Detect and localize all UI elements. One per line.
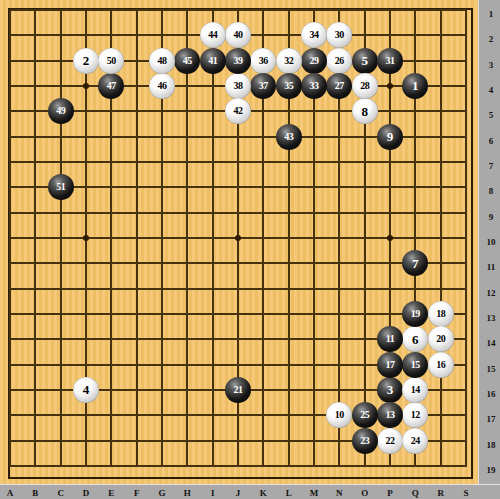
star-point-J10 bbox=[235, 235, 241, 241]
column-label-O: O bbox=[361, 489, 368, 498]
stone-48-white-G3[interactable]: 48 bbox=[149, 48, 175, 74]
column-label-L: L bbox=[286, 489, 292, 498]
move-number: 20 bbox=[436, 334, 445, 344]
stone-25-black-O17[interactable]: 25 bbox=[352, 402, 378, 428]
stone-9-black-P6[interactable]: 9 bbox=[377, 124, 403, 150]
move-number: 36 bbox=[259, 56, 268, 66]
star-point-D4 bbox=[83, 83, 89, 89]
stone-4-white-D16[interactable]: 4 bbox=[73, 377, 99, 403]
move-number: 48 bbox=[157, 56, 166, 66]
column-label-B: B bbox=[32, 489, 38, 498]
stone-51-black-C8[interactable]: 51 bbox=[48, 174, 74, 200]
move-number: 15 bbox=[411, 360, 420, 370]
stone-24-white-Q18[interactable]: 24 bbox=[402, 428, 428, 454]
stone-20-white-R14[interactable]: 20 bbox=[428, 326, 454, 352]
stone-31-black-P3[interactable]: 31 bbox=[377, 48, 403, 74]
move-number: 37 bbox=[259, 81, 268, 91]
move-number: 40 bbox=[233, 30, 242, 40]
row-label-1: 1 bbox=[489, 10, 494, 19]
row-label-12: 12 bbox=[487, 288, 496, 297]
column-label-P: P bbox=[387, 489, 393, 498]
column-label-Q: Q bbox=[412, 489, 419, 498]
move-number: 35 bbox=[284, 81, 293, 91]
stone-21-black-J16[interactable]: 21 bbox=[225, 377, 251, 403]
grid-line-col-R bbox=[440, 9, 442, 467]
column-label-H: H bbox=[184, 489, 191, 498]
move-number: 33 bbox=[309, 81, 318, 91]
stone-3-black-P16[interactable]: 3 bbox=[377, 377, 403, 403]
row-label-17: 17 bbox=[487, 415, 496, 424]
go-diagram: 1234567891011121314151617181920212223242… bbox=[0, 0, 500, 499]
grid-line-row-19 bbox=[9, 465, 467, 467]
stone-45-black-H3[interactable]: 45 bbox=[174, 48, 200, 74]
move-number: 21 bbox=[233, 385, 242, 395]
move-number: 9 bbox=[387, 130, 394, 143]
stone-17-black-P15[interactable]: 17 bbox=[377, 352, 403, 378]
stone-49-black-C5[interactable]: 49 bbox=[48, 98, 74, 124]
row-label-14: 14 bbox=[487, 339, 496, 348]
move-number: 31 bbox=[385, 56, 394, 66]
move-number: 44 bbox=[208, 30, 217, 40]
row-label-18: 18 bbox=[487, 440, 496, 449]
move-number: 5 bbox=[361, 54, 368, 67]
stone-16-white-R15[interactable]: 16 bbox=[428, 352, 454, 378]
move-number: 24 bbox=[411, 436, 420, 446]
row-label-13: 13 bbox=[487, 313, 496, 322]
column-label-F: F bbox=[134, 489, 140, 498]
column-label-A: A bbox=[7, 489, 14, 498]
grid-line-row-12 bbox=[9, 288, 467, 290]
column-label-S: S bbox=[463, 489, 468, 498]
column-label-N: N bbox=[336, 489, 343, 498]
move-number: 27 bbox=[335, 81, 344, 91]
grid-line-row-11 bbox=[9, 262, 467, 264]
move-number: 49 bbox=[56, 106, 65, 116]
move-number: 18 bbox=[436, 309, 445, 319]
grid-line-col-S bbox=[465, 9, 467, 467]
row-label-5: 5 bbox=[489, 111, 494, 120]
move-number: 10 bbox=[335, 410, 344, 420]
move-number: 6 bbox=[412, 333, 419, 346]
move-number: 8 bbox=[361, 105, 368, 118]
move-number: 28 bbox=[360, 81, 369, 91]
star-point-P10 bbox=[387, 235, 393, 241]
grid-line-row-13 bbox=[9, 313, 467, 315]
move-number: 43 bbox=[284, 132, 293, 142]
move-number: 25 bbox=[360, 410, 369, 420]
column-label-K: K bbox=[260, 489, 267, 498]
stone-43-black-L6[interactable]: 43 bbox=[276, 124, 302, 150]
stone-32-white-L3[interactable]: 32 bbox=[276, 48, 302, 74]
stone-28-white-O4[interactable]: 28 bbox=[352, 73, 378, 99]
move-number: 3 bbox=[387, 383, 394, 396]
move-number: 14 bbox=[411, 385, 420, 395]
stone-41-black-I3[interactable]: 41 bbox=[200, 48, 226, 74]
stone-35-black-L4[interactable]: 35 bbox=[276, 73, 302, 99]
column-label-C: C bbox=[57, 489, 64, 498]
row-label-9: 9 bbox=[489, 212, 494, 221]
move-number: 47 bbox=[107, 81, 116, 91]
stone-8-white-O5[interactable]: 8 bbox=[352, 98, 378, 124]
move-number: 38 bbox=[233, 81, 242, 91]
move-number: 22 bbox=[385, 436, 394, 446]
stone-26-white-N3[interactable]: 26 bbox=[326, 48, 352, 74]
column-label-M: M bbox=[310, 489, 319, 498]
move-number: 29 bbox=[309, 56, 318, 66]
row-label-11: 11 bbox=[487, 263, 496, 272]
move-number: 41 bbox=[208, 56, 217, 66]
move-number: 2 bbox=[83, 54, 90, 67]
column-labels: ABCDEFGHIJKLMNOPQRS bbox=[0, 484, 500, 499]
move-number: 16 bbox=[436, 360, 445, 370]
stone-5-black-O3[interactable]: 5 bbox=[352, 48, 378, 74]
move-number: 34 bbox=[309, 30, 318, 40]
move-number: 51 bbox=[56, 182, 65, 192]
board-surface[interactable]: 1234567891011121314151617181920212223242… bbox=[0, 0, 478, 484]
move-number: 19 bbox=[411, 309, 420, 319]
stone-15-black-Q15[interactable]: 15 bbox=[402, 352, 428, 378]
move-number: 7 bbox=[412, 257, 419, 270]
stone-18-white-R13[interactable]: 18 bbox=[428, 301, 454, 327]
column-label-R: R bbox=[437, 489, 444, 498]
row-label-3: 3 bbox=[489, 60, 494, 69]
stone-22-white-P18[interactable]: 22 bbox=[377, 428, 403, 454]
move-number: 11 bbox=[386, 334, 394, 344]
row-label-16: 16 bbox=[487, 389, 496, 398]
column-label-G: G bbox=[158, 489, 165, 498]
row-label-15: 15 bbox=[487, 364, 496, 373]
move-number: 42 bbox=[233, 106, 242, 116]
row-labels: 12345678910111213141516171819 bbox=[478, 0, 500, 499]
star-point-P4 bbox=[387, 83, 393, 89]
move-number: 4 bbox=[83, 383, 90, 396]
move-number: 32 bbox=[284, 56, 293, 66]
stone-36-white-K3[interactable]: 36 bbox=[250, 48, 276, 74]
row-label-6: 6 bbox=[489, 136, 494, 145]
move-number: 23 bbox=[360, 436, 369, 446]
move-number: 39 bbox=[233, 56, 242, 66]
star-point-D10 bbox=[83, 235, 89, 241]
move-number: 50 bbox=[107, 56, 116, 66]
column-label-D: D bbox=[83, 489, 90, 498]
stone-46-white-G4[interactable]: 46 bbox=[149, 73, 175, 99]
stone-2-white-D3[interactable]: 2 bbox=[73, 48, 99, 74]
stone-50-white-E3[interactable]: 50 bbox=[98, 48, 124, 74]
row-label-4: 4 bbox=[489, 85, 494, 94]
row-label-7: 7 bbox=[489, 161, 494, 170]
stone-38-white-J4[interactable]: 38 bbox=[225, 73, 251, 99]
column-label-E: E bbox=[108, 489, 114, 498]
move-number: 1 bbox=[412, 79, 419, 92]
stone-33-black-M4[interactable]: 33 bbox=[301, 73, 327, 99]
stone-39-black-J3[interactable]: 39 bbox=[225, 48, 251, 74]
move-number: 13 bbox=[385, 410, 394, 420]
move-number: 45 bbox=[183, 56, 192, 66]
row-label-2: 2 bbox=[489, 35, 494, 44]
move-number: 12 bbox=[411, 410, 420, 420]
move-number: 26 bbox=[335, 56, 344, 66]
column-label-J: J bbox=[236, 489, 241, 498]
move-number: 17 bbox=[385, 360, 394, 370]
row-label-8: 8 bbox=[489, 187, 494, 196]
stone-29-black-M3[interactable]: 29 bbox=[301, 48, 327, 74]
stone-23-black-O18[interactable]: 23 bbox=[352, 428, 378, 454]
move-number: 46 bbox=[157, 81, 166, 91]
stone-44-white-I2[interactable]: 44 bbox=[200, 22, 226, 48]
column-label-I: I bbox=[211, 489, 215, 498]
move-number: 30 bbox=[335, 30, 344, 40]
row-label-10: 10 bbox=[487, 237, 496, 246]
row-label-19: 19 bbox=[487, 465, 496, 474]
